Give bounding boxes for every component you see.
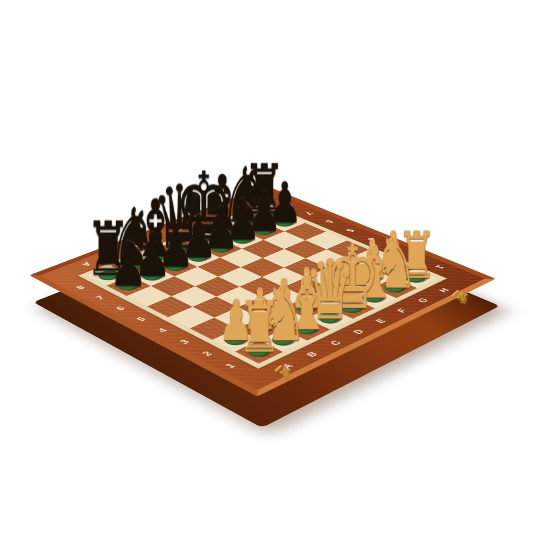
chess-set-photo: ABCDEFGH ABCDEFGH 87654321 87654321 ♜♞♝♛… xyxy=(0,0,533,533)
brass-clasp-left: ⚜ xyxy=(278,364,298,384)
brass-clasp-icon: ⚜ xyxy=(453,286,477,308)
brass-clasp-icon: ⚜ xyxy=(276,361,300,383)
board-wrap: ABCDEFGH ABCDEFGH 87654321 87654321 ♜♞♝♛… xyxy=(97,112,427,442)
brass-clasp-right: ⚜ xyxy=(455,289,475,309)
piece-white-rook-a1: ♜ xyxy=(228,292,290,362)
piece-black-pawn-a7: ♟ xyxy=(100,234,157,295)
chess-board: ABCDEFGH ABCDEFGH 87654321 87654321 ♜♞♝♛… xyxy=(29,186,496,397)
